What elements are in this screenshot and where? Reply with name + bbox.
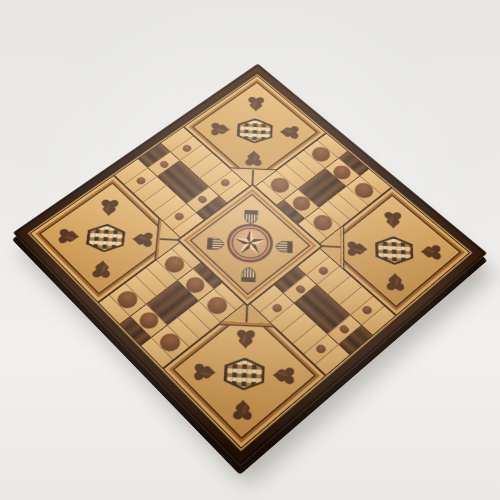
parcheesi-board bbox=[13, 64, 488, 467]
track-cell[interactable] bbox=[141, 337, 173, 367]
track-cell[interactable] bbox=[272, 265, 306, 293]
string-inlay-spoke bbox=[246, 304, 248, 322]
tulip-inlay-icon bbox=[209, 121, 232, 137]
federal-shield-icon bbox=[274, 239, 293, 254]
federal-shield-icon bbox=[240, 266, 258, 283]
parquetry-hexagon-icon bbox=[236, 118, 273, 145]
track-cell[interactable] bbox=[327, 314, 361, 344]
track-cell[interactable] bbox=[306, 257, 339, 285]
tulip-inlay-icon bbox=[419, 243, 443, 262]
tulip-inlay-icon bbox=[382, 210, 403, 230]
track-cell[interactable] bbox=[199, 289, 236, 322]
tulip-inlay-icon bbox=[130, 230, 155, 249]
track-cell[interactable] bbox=[130, 304, 168, 338]
track-cell[interactable] bbox=[157, 288, 188, 317]
tulip-inlay-icon bbox=[192, 362, 218, 383]
track-cell[interactable] bbox=[295, 247, 328, 275]
tulip-inlay-icon bbox=[90, 259, 114, 280]
track-cell[interactable] bbox=[99, 295, 130, 324]
track-cell[interactable] bbox=[214, 281, 246, 309]
track-cell[interactable] bbox=[177, 268, 214, 300]
track-cell[interactable] bbox=[178, 309, 210, 338]
tulip-inlay-icon bbox=[271, 365, 296, 386]
track-cell[interactable] bbox=[193, 261, 224, 289]
track-cell[interactable] bbox=[146, 260, 177, 288]
tulip-inlay-icon bbox=[346, 240, 369, 259]
track-cell[interactable] bbox=[281, 313, 316, 343]
track-cell[interactable] bbox=[361, 306, 395, 335]
track-cell[interactable] bbox=[316, 304, 350, 333]
track-cell[interactable] bbox=[350, 296, 384, 325]
track-cell[interactable] bbox=[294, 284, 328, 313]
track-cell[interactable] bbox=[339, 286, 373, 315]
tulip-inlay-icon bbox=[56, 227, 82, 246]
compass-star-medallion bbox=[218, 216, 283, 271]
tulip-inlay-icon bbox=[98, 198, 121, 217]
board-frame bbox=[13, 64, 488, 467]
track-cell[interactable] bbox=[126, 275, 157, 303]
track-cell[interactable] bbox=[110, 283, 147, 316]
track-cell[interactable] bbox=[317, 266, 350, 294]
track-cell[interactable] bbox=[167, 280, 198, 308]
parquetry-hexagon-icon bbox=[85, 223, 127, 253]
tulip-inlay-icon bbox=[243, 149, 264, 167]
track-cell[interactable] bbox=[189, 301, 221, 330]
tulip-inlay-icon bbox=[231, 398, 255, 422]
track-cell[interactable] bbox=[270, 303, 304, 332]
track-cell[interactable] bbox=[305, 294, 339, 323]
tulip-inlay-icon bbox=[278, 124, 300, 140]
track-cell[interactable] bbox=[136, 268, 167, 296]
track-cell[interactable] bbox=[328, 276, 362, 304]
board-field bbox=[30, 75, 471, 449]
tulip-inlay-icon bbox=[246, 95, 266, 112]
photo-background bbox=[0, 0, 500, 500]
federal-shield-icon bbox=[206, 236, 226, 251]
parquetry-hexagon-icon bbox=[223, 357, 265, 392]
track-cell[interactable] bbox=[168, 317, 200, 347]
track-cell[interactable] bbox=[249, 283, 283, 312]
track-cell[interactable] bbox=[283, 275, 317, 303]
track-cell[interactable] bbox=[120, 316, 152, 346]
track-cell[interactable] bbox=[172, 241, 203, 268]
track-cell[interactable] bbox=[152, 325, 190, 360]
track-cell[interactable] bbox=[147, 296, 179, 325]
track-cell[interactable] bbox=[292, 323, 327, 353]
compass-star-icon bbox=[230, 226, 269, 259]
track-cell[interactable] bbox=[303, 334, 338, 364]
track-cell[interactable] bbox=[315, 344, 350, 375]
tulip-inlay-icon bbox=[384, 272, 406, 293]
track-cell[interactable] bbox=[338, 325, 372, 355]
track-cell[interactable] bbox=[157, 249, 193, 281]
tulip-inlay-icon bbox=[234, 328, 257, 350]
parquetry-hexagon-icon bbox=[375, 235, 414, 265]
track-cell[interactable] bbox=[260, 293, 294, 322]
